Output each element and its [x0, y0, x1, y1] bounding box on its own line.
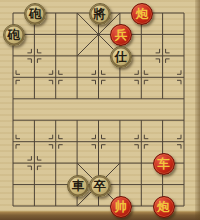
piece-red-cannon[interactable]: 炮 [153, 196, 175, 218]
piece-black-general[interactable]: 將 [89, 3, 111, 25]
xiangqi-board: 砲將炮砲兵仕车車卒帅炮 [0, 0, 200, 220]
piece-black-soldier[interactable]: 卒 [89, 175, 111, 197]
piece-red-general[interactable]: 帅 [110, 196, 132, 218]
piece-red-chariot[interactable]: 车 [153, 153, 175, 175]
piece-black-chariot[interactable]: 車 [67, 175, 89, 197]
piece-black-advisor[interactable]: 仕 [110, 46, 132, 68]
board-edge-right [195, 0, 200, 220]
